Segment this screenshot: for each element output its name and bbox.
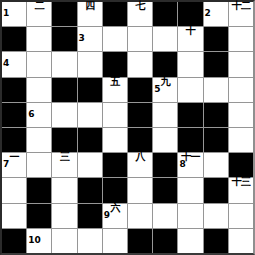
across-clue-number: 1 [3, 9, 9, 18]
cell-r8c2-block [27, 178, 51, 202]
cell-r8c4-block [78, 178, 102, 202]
cell-r2c9-block [204, 27, 228, 51]
cell-r7c4[interactable] [78, 153, 102, 177]
cell-r5c8-block [178, 103, 202, 127]
cell-r6c10[interactable] [229, 128, 253, 152]
across-clue-number: 5 [154, 85, 160, 94]
cell-r10c6-block [128, 229, 152, 253]
across-clue-number: 9 [104, 211, 110, 220]
cell-r7c3[interactable]: 三 [52, 153, 76, 177]
cell-r7c10-block [229, 153, 253, 177]
cell-r2c5[interactable] [103, 27, 127, 51]
cell-r3c5-block [103, 52, 127, 76]
cell-r7c9[interactable] [204, 153, 228, 177]
cell-r6c2[interactable] [27, 128, 51, 152]
down-clue-number: 六 [103, 202, 127, 213]
down-clue-number: 十三 [229, 176, 253, 187]
cell-r8c5-block [103, 178, 127, 202]
cell-r3c9-block [204, 52, 228, 76]
cell-r1c10[interactable]: 十二 [229, 2, 253, 26]
down-clue-number: 五 [103, 76, 127, 87]
cell-r5c10[interactable] [229, 103, 253, 127]
cell-r4c3-block [52, 78, 76, 102]
cell-r8c8[interactable] [178, 178, 202, 202]
crossword-puzzle: 1二四七2十二3十4五九56一7三八十一8十三六910 [0, 0, 255, 255]
cell-r10c3[interactable] [52, 229, 76, 253]
cell-r7c8[interactable]: 十一8 [178, 153, 202, 177]
cell-r8c6[interactable] [128, 178, 152, 202]
cell-r1c1[interactable]: 1 [2, 2, 26, 26]
cell-r4c2[interactable] [27, 78, 51, 102]
cell-r5c4[interactable] [78, 103, 102, 127]
cell-r2c2[interactable] [27, 27, 51, 51]
cell-r2c3-block [52, 27, 76, 51]
cell-r1c6[interactable]: 七 [128, 2, 152, 26]
cell-r6c6-block [128, 128, 152, 152]
cell-r9c9[interactable] [204, 204, 228, 228]
cell-r4c4-block [78, 78, 102, 102]
cell-r6c4-block [78, 128, 102, 152]
cell-r2c7[interactable] [153, 27, 177, 51]
cell-r10c10[interactable] [229, 229, 253, 253]
cell-r2c10[interactable] [229, 27, 253, 51]
cell-r1c7-block [153, 2, 177, 26]
cell-r3c7-block [153, 52, 177, 76]
cell-r5c5[interactable] [103, 103, 127, 127]
cell-r8c3[interactable] [52, 178, 76, 202]
down-clue-number: 九 [153, 76, 177, 87]
cell-r2c6[interactable] [128, 27, 152, 51]
cell-r2c1-block [2, 27, 26, 51]
cell-r3c10[interactable] [229, 52, 253, 76]
cell-r5c7[interactable] [153, 103, 177, 127]
cell-r3c2[interactable] [27, 52, 51, 76]
crossword-board: 1二四七2十二3十4五九56一7三八十一8十三六910 [0, 0, 255, 255]
down-clue-number: 七 [128, 0, 152, 11]
cell-r1c4[interactable]: 四 [78, 2, 102, 26]
down-clue-number: 一 [2, 151, 26, 162]
cell-r3c4[interactable] [78, 52, 102, 76]
cell-r9c3[interactable] [52, 204, 76, 228]
cell-r1c2[interactable]: 二 [27, 2, 51, 26]
cell-r1c5-block [103, 2, 127, 26]
cell-r6c1-block [2, 128, 26, 152]
across-clue-number: 2 [205, 9, 211, 18]
across-clue-number: 7 [3, 160, 9, 169]
cell-r7c5-block [103, 153, 127, 177]
cell-r9c7[interactable] [153, 204, 177, 228]
cell-r7c1[interactable]: 一7 [2, 153, 26, 177]
across-clue-number: 8 [179, 160, 185, 169]
cell-r2c4[interactable]: 3 [78, 27, 102, 51]
cell-r6c5[interactable] [103, 128, 127, 152]
cell-r10c1-block [2, 229, 26, 253]
cell-r7c6[interactable]: 八 [128, 153, 152, 177]
cell-r10c8[interactable] [178, 229, 202, 253]
cell-r9c10[interactable] [229, 204, 253, 228]
cell-r5c3[interactable] [52, 103, 76, 127]
cell-r4c6-block [128, 78, 152, 102]
cell-r5c2[interactable]: 6 [27, 103, 51, 127]
cell-r9c5[interactable]: 六9 [103, 204, 127, 228]
across-clue-number: 3 [79, 34, 85, 43]
cell-r8c10[interactable]: 十三 [229, 178, 253, 202]
cell-r9c1[interactable] [2, 204, 26, 228]
cell-r10c5[interactable] [103, 229, 127, 253]
cell-r9c6[interactable] [128, 204, 152, 228]
down-clue-number: 十二 [229, 0, 253, 11]
cell-r10c9-block [204, 229, 228, 253]
cell-r2c8[interactable]: 十 [178, 27, 202, 51]
cell-r6c9-block [204, 128, 228, 152]
cell-r8c9-block [204, 178, 228, 202]
cell-r4c1-block [2, 78, 26, 102]
cell-r4c5[interactable]: 五 [103, 78, 127, 102]
cell-r6c8-block [178, 128, 202, 152]
cell-r6c3-block [52, 128, 76, 152]
cell-r3c6[interactable] [128, 52, 152, 76]
cell-r4c8[interactable] [178, 78, 202, 102]
cell-r4c7[interactable]: 九5 [153, 78, 177, 102]
cell-r9c8[interactable] [178, 204, 202, 228]
cell-r8c7-block [153, 178, 177, 202]
across-clue-number: 6 [28, 110, 34, 119]
cell-r3c8[interactable] [178, 52, 202, 76]
cell-r7c7-block [153, 153, 177, 177]
cell-r7c2[interactable] [27, 153, 51, 177]
cell-r10c2[interactable]: 10 [27, 229, 51, 253]
across-clue-number: 4 [3, 59, 9, 68]
down-clue-number: 四 [78, 0, 102, 11]
across-clue-number: 10 [28, 236, 41, 245]
cell-r10c7-block [153, 229, 177, 253]
down-clue-number: 二 [27, 0, 51, 11]
cell-r9c4-block [78, 204, 102, 228]
down-clue-number: 十 [178, 25, 202, 36]
cell-r1c3-block [52, 2, 76, 26]
cell-r1c9[interactable]: 2 [204, 2, 228, 26]
cell-r10c4[interactable] [78, 229, 102, 253]
cell-r5c1-block [2, 103, 26, 127]
cell-r8c1[interactable] [2, 178, 26, 202]
cell-r3c3[interactable] [52, 52, 76, 76]
down-clue-number: 十一 [178, 151, 202, 162]
cell-r6c7[interactable] [153, 128, 177, 152]
down-clue-number: 三 [52, 151, 76, 162]
cell-r5c6-block [128, 103, 152, 127]
down-clue-number: 八 [128, 151, 152, 162]
cell-r3c1[interactable]: 4 [2, 52, 26, 76]
cell-r5c9-block [204, 103, 228, 127]
cell-r4c9[interactable] [204, 78, 228, 102]
cell-r1c8-block [178, 2, 202, 26]
cell-r4c10[interactable] [229, 78, 253, 102]
cell-r9c2-block [27, 204, 51, 228]
